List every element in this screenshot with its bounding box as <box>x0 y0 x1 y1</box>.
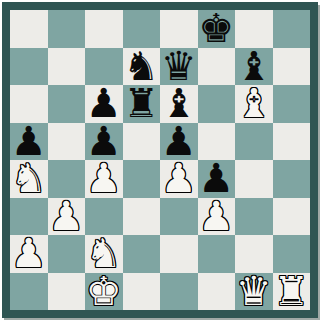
square-d1[interactable] <box>123 273 161 311</box>
square-b5[interactable] <box>48 123 86 161</box>
black-pawn: ♟ <box>86 85 122 123</box>
square-b1[interactable] <box>48 273 86 311</box>
square-a8[interactable] <box>10 10 48 48</box>
square-g4[interactable] <box>235 160 273 198</box>
square-c6[interactable]: ♟ <box>85 85 123 123</box>
square-g5[interactable] <box>235 123 273 161</box>
square-f1[interactable] <box>198 273 236 311</box>
white-pawn: ♟ <box>48 198 84 236</box>
white-pawn: ♟ <box>11 235 47 273</box>
black-pawn: ♟ <box>198 160 234 198</box>
square-a7[interactable] <box>10 48 48 86</box>
square-h4[interactable] <box>273 160 311 198</box>
square-d3[interactable] <box>123 198 161 236</box>
square-f2[interactable] <box>198 235 236 273</box>
square-h3[interactable] <box>273 198 311 236</box>
white-rook: ♜ <box>273 273 309 311</box>
square-g1[interactable]: ♛ <box>235 273 273 311</box>
white-pawn: ♟ <box>198 198 234 236</box>
square-e4[interactable]: ♟ <box>160 160 198 198</box>
square-b8[interactable] <box>48 10 86 48</box>
white-knight: ♞ <box>86 235 122 273</box>
square-d4[interactable] <box>123 160 161 198</box>
square-e3[interactable] <box>160 198 198 236</box>
white-queen: ♛ <box>236 273 272 311</box>
black-king: ♚ <box>198 10 234 48</box>
square-d8[interactable] <box>123 10 161 48</box>
square-b7[interactable] <box>48 48 86 86</box>
square-f3[interactable]: ♟ <box>198 198 236 236</box>
black-rook: ♜ <box>123 85 159 123</box>
square-a2[interactable]: ♟ <box>10 235 48 273</box>
square-c2[interactable]: ♞ <box>85 235 123 273</box>
square-h6[interactable] <box>273 85 311 123</box>
square-g3[interactable] <box>235 198 273 236</box>
square-h5[interactable] <box>273 123 311 161</box>
chess-board-frame: ♚♞♛♝♟♜♝♝♟♟♟♞♟♟♟♟♟♟♞♚♛♜ <box>2 2 318 318</box>
square-a6[interactable] <box>10 85 48 123</box>
square-e6[interactable]: ♝ <box>160 85 198 123</box>
white-knight: ♞ <box>11 160 47 198</box>
square-f7[interactable] <box>198 48 236 86</box>
square-e8[interactable] <box>160 10 198 48</box>
square-g8[interactable] <box>235 10 273 48</box>
square-b2[interactable] <box>48 235 86 273</box>
square-d6[interactable]: ♜ <box>123 85 161 123</box>
square-f8[interactable]: ♚ <box>198 10 236 48</box>
square-d2[interactable] <box>123 235 161 273</box>
diagram-page: ♚♞♛♝♟♜♝♝♟♟♟♞♟♟♟♟♟♟♞♚♛♜ <box>0 0 320 320</box>
square-b3[interactable]: ♟ <box>48 198 86 236</box>
square-g6[interactable]: ♝ <box>235 85 273 123</box>
square-c4[interactable]: ♟ <box>85 160 123 198</box>
square-c1[interactable]: ♚ <box>85 273 123 311</box>
square-c8[interactable] <box>85 10 123 48</box>
square-h1[interactable]: ♜ <box>273 273 311 311</box>
square-a4[interactable]: ♞ <box>10 160 48 198</box>
square-h2[interactable] <box>273 235 311 273</box>
square-b6[interactable] <box>48 85 86 123</box>
white-pawn: ♟ <box>161 160 197 198</box>
square-a1[interactable] <box>10 273 48 311</box>
chess-board: ♚♞♛♝♟♜♝♝♟♟♟♞♟♟♟♟♟♟♞♚♛♜ <box>10 10 310 310</box>
square-f6[interactable] <box>198 85 236 123</box>
white-pawn: ♟ <box>86 160 122 198</box>
square-e1[interactable] <box>160 273 198 311</box>
square-b4[interactable] <box>48 160 86 198</box>
square-f4[interactable]: ♟ <box>198 160 236 198</box>
black-bishop: ♝ <box>161 85 197 123</box>
square-h7[interactable] <box>273 48 311 86</box>
square-g2[interactable] <box>235 235 273 273</box>
white-king: ♚ <box>86 273 122 311</box>
square-h8[interactable] <box>273 10 311 48</box>
white-bishop: ♝ <box>236 85 272 123</box>
square-e2[interactable] <box>160 235 198 273</box>
square-d5[interactable] <box>123 123 161 161</box>
